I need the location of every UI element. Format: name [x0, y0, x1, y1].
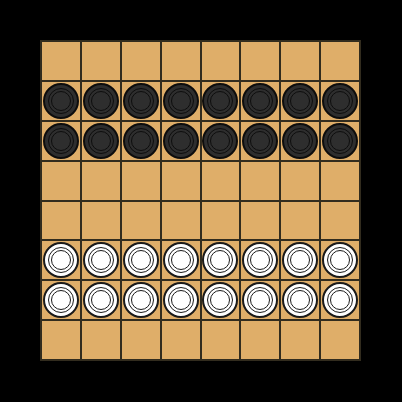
square-r4c7[interactable] [281, 162, 319, 200]
piece-inner-ring [330, 250, 350, 270]
square-r4c3[interactable] [122, 162, 160, 200]
piece-inner-ring [51, 91, 71, 111]
square-r1c5[interactable] [202, 42, 240, 80]
square-r8c2[interactable] [82, 321, 120, 359]
square-r7c4[interactable] [162, 281, 200, 319]
piece-inner-ring [131, 131, 151, 151]
black-man[interactable] [322, 123, 358, 159]
square-r4c8[interactable] [321, 162, 359, 200]
square-r4c5[interactable] [202, 162, 240, 200]
square-r4c2[interactable] [82, 162, 120, 200]
white-man[interactable] [163, 282, 199, 318]
black-man[interactable] [322, 83, 358, 119]
white-man[interactable] [163, 242, 199, 278]
square-r3c6[interactable] [241, 122, 279, 160]
square-r1c2[interactable] [82, 42, 120, 80]
square-r5c2[interactable] [82, 202, 120, 240]
square-r8c8[interactable] [321, 321, 359, 359]
game-stage [0, 0, 402, 402]
white-man[interactable] [83, 242, 119, 278]
square-r1c1[interactable] [42, 42, 80, 80]
square-r5c4[interactable] [162, 202, 200, 240]
square-r7c6[interactable] [241, 281, 279, 319]
piece-inner-ring [290, 290, 310, 310]
square-r6c1[interactable] [42, 241, 80, 279]
piece-inner-ring [131, 91, 151, 111]
piece-inner-ring [171, 290, 191, 310]
square-r7c2[interactable] [82, 281, 120, 319]
square-r7c7[interactable] [281, 281, 319, 319]
piece-inner-ring [290, 91, 310, 111]
white-man[interactable] [123, 282, 159, 318]
piece-inner-ring [330, 290, 350, 310]
board [40, 40, 361, 361]
square-r2c1[interactable] [42, 82, 80, 120]
white-man[interactable] [43, 242, 79, 278]
square-r2c6[interactable] [241, 82, 279, 120]
black-man[interactable] [83, 83, 119, 119]
white-man[interactable] [322, 282, 358, 318]
square-r8c4[interactable] [162, 321, 200, 359]
square-r8c6[interactable] [241, 321, 279, 359]
square-r3c2[interactable] [82, 122, 120, 160]
piece-inner-ring [91, 290, 111, 310]
black-man[interactable] [202, 123, 238, 159]
square-r1c7[interactable] [281, 42, 319, 80]
square-r6c3[interactable] [122, 241, 160, 279]
square-r2c8[interactable] [321, 82, 359, 120]
square-r3c3[interactable] [122, 122, 160, 160]
black-man[interactable] [242, 123, 278, 159]
piece-inner-ring [330, 91, 350, 111]
square-r5c8[interactable] [321, 202, 359, 240]
square-r6c5[interactable] [202, 241, 240, 279]
square-r4c6[interactable] [241, 162, 279, 200]
piece-inner-ring [250, 131, 270, 151]
square-r6c8[interactable] [321, 241, 359, 279]
piece-inner-ring [290, 131, 310, 151]
square-r8c5[interactable] [202, 321, 240, 359]
black-man[interactable] [163, 83, 199, 119]
square-r5c6[interactable] [241, 202, 279, 240]
black-man[interactable] [202, 83, 238, 119]
piece-inner-ring [250, 91, 270, 111]
square-r6c6[interactable] [241, 241, 279, 279]
square-r8c3[interactable] [122, 321, 160, 359]
square-r5c7[interactable] [281, 202, 319, 240]
square-r6c2[interactable] [82, 241, 120, 279]
piece-inner-ring [210, 290, 230, 310]
white-man[interactable] [282, 242, 318, 278]
black-man[interactable] [83, 123, 119, 159]
square-r3c5[interactable] [202, 122, 240, 160]
square-r2c3[interactable] [122, 82, 160, 120]
square-r3c1[interactable] [42, 122, 80, 160]
black-man[interactable] [43, 83, 79, 119]
piece-inner-ring [171, 131, 191, 151]
square-r7c3[interactable] [122, 281, 160, 319]
white-man[interactable] [202, 282, 238, 318]
square-r6c7[interactable] [281, 241, 319, 279]
square-r2c2[interactable] [82, 82, 120, 120]
square-r7c8[interactable] [321, 281, 359, 319]
white-man[interactable] [242, 282, 278, 318]
piece-inner-ring [51, 290, 71, 310]
square-r1c4[interactable] [162, 42, 200, 80]
square-r4c1[interactable] [42, 162, 80, 200]
black-man[interactable] [43, 123, 79, 159]
piece-inner-ring [250, 250, 270, 270]
piece-inner-ring [330, 131, 350, 151]
square-r4c4[interactable] [162, 162, 200, 200]
square-r3c7[interactable] [281, 122, 319, 160]
square-r7c5[interactable] [202, 281, 240, 319]
piece-inner-ring [91, 131, 111, 151]
black-man[interactable] [282, 123, 318, 159]
black-man[interactable] [163, 123, 199, 159]
square-r1c6[interactable] [241, 42, 279, 80]
white-man[interactable] [123, 242, 159, 278]
piece-inner-ring [51, 131, 71, 151]
piece-inner-ring [210, 91, 230, 111]
square-r8c1[interactable] [42, 321, 80, 359]
square-r5c5[interactable] [202, 202, 240, 240]
white-man[interactable] [43, 282, 79, 318]
square-r2c5[interactable] [202, 82, 240, 120]
square-r2c4[interactable] [162, 82, 200, 120]
piece-inner-ring [210, 131, 230, 151]
white-man[interactable] [282, 282, 318, 318]
black-man[interactable] [282, 83, 318, 119]
square-r1c8[interactable] [321, 42, 359, 80]
square-r8c7[interactable] [281, 321, 319, 359]
piece-inner-ring [51, 250, 71, 270]
piece-inner-ring [171, 250, 191, 270]
square-r1c3[interactable] [122, 42, 160, 80]
piece-inner-ring [290, 250, 310, 270]
piece-inner-ring [210, 250, 230, 270]
white-man[interactable] [202, 242, 238, 278]
piece-inner-ring [131, 250, 151, 270]
square-r7c1[interactable] [42, 281, 80, 319]
square-r2c7[interactable] [281, 82, 319, 120]
black-man[interactable] [242, 83, 278, 119]
white-man[interactable] [83, 282, 119, 318]
white-man[interactable] [322, 242, 358, 278]
square-r5c3[interactable] [122, 202, 160, 240]
black-man[interactable] [123, 123, 159, 159]
square-r5c1[interactable] [42, 202, 80, 240]
square-r3c4[interactable] [162, 122, 200, 160]
piece-inner-ring [91, 250, 111, 270]
square-r3c8[interactable] [321, 122, 359, 160]
piece-inner-ring [131, 290, 151, 310]
white-man[interactable] [242, 242, 278, 278]
piece-inner-ring [171, 91, 191, 111]
piece-inner-ring [250, 290, 270, 310]
black-man[interactable] [123, 83, 159, 119]
square-r6c4[interactable] [162, 241, 200, 279]
piece-inner-ring [91, 91, 111, 111]
